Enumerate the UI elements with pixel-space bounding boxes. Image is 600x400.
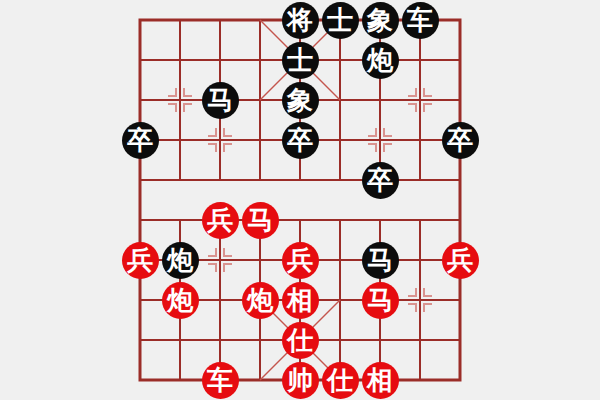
board-point-r6c2[interactable] [200,240,240,280]
red-advisor[interactable]: 仕 [282,322,319,359]
board-point-r4c0[interactable] [120,160,160,200]
board-point-r9c1[interactable] [160,360,200,400]
black-cannon[interactable]: 炮 [362,42,399,79]
board-point-r1c6[interactable]: 炮 [360,40,400,80]
board-point-r3c7[interactable] [400,120,440,160]
black-soldier[interactable]: 卒 [282,122,319,159]
board-point-r1c0[interactable] [120,40,160,80]
board-point-r0c7[interactable]: 车 [400,0,440,40]
board-point-r2c8[interactable] [440,80,480,120]
board-point-r3c1[interactable] [160,120,200,160]
board-point-r5c8[interactable] [440,200,480,240]
board-point-r4c5[interactable] [320,160,360,200]
board-point-r7c1[interactable]: 炮 [160,280,200,320]
board-point-r9c3[interactable] [240,360,280,400]
board-point-r1c5[interactable] [320,40,360,80]
red-soldier[interactable]: 兵 [122,242,159,279]
board-point-r1c4[interactable]: 士 [280,40,320,80]
board-point-r2c6[interactable] [360,80,400,120]
board-point-r1c8[interactable] [440,40,480,80]
board-point-r9c7[interactable] [400,360,440,400]
black-elephant[interactable]: 象 [362,2,399,39]
board-point-r7c6[interactable]: 马 [360,280,400,320]
board-point-r0c4[interactable]: 将 [280,0,320,40]
board-point-r9c8[interactable] [440,360,480,400]
xiangqi-app-window: 将士象车士炮马象卒卒卒卒兵马兵炮兵马兵炮炮相马仕车帅仕相 [0,0,600,400]
black-elephant[interactable]: 象 [282,82,319,119]
black-horse[interactable]: 马 [202,82,239,119]
board-point-r6c7[interactable] [400,240,440,280]
board-point-r3c4[interactable]: 卒 [280,120,320,160]
board-point-r7c4[interactable]: 相 [280,280,320,320]
board-point-r5c5[interactable] [320,200,360,240]
board-point-r2c1[interactable] [160,80,200,120]
board-point-r2c0[interactable] [120,80,160,120]
board-point-r7c8[interactable] [440,280,480,320]
board-point-r9c2[interactable]: 车 [200,360,240,400]
board-point-r5c4[interactable] [280,200,320,240]
red-advisor[interactable]: 仕 [322,362,359,399]
board-point-r6c6[interactable]: 马 [360,240,400,280]
red-elephant[interactable]: 相 [362,362,399,399]
board-point-r3c2[interactable] [200,120,240,160]
board-point-r4c7[interactable] [400,160,440,200]
black-soldier[interactable]: 卒 [442,122,479,159]
black-advisor[interactable]: 士 [322,2,359,39]
board-point-r6c0[interactable]: 兵 [120,240,160,280]
board-point-r8c7[interactable] [400,320,440,360]
board-point-r6c3[interactable] [240,240,280,280]
board-point-r0c3[interactable] [240,0,280,40]
red-cannon[interactable]: 炮 [162,282,199,319]
board-point-r2c3[interactable] [240,80,280,120]
board-point-r8c0[interactable] [120,320,160,360]
board-point-r5c7[interactable] [400,200,440,240]
board-point-r1c3[interactable] [240,40,280,80]
board-point-r9c4[interactable]: 帅 [280,360,320,400]
black-advisor[interactable]: 士 [282,42,319,79]
red-horse[interactable]: 马 [242,202,279,239]
board-point-r9c0[interactable] [120,360,160,400]
board-point-r3c8[interactable]: 卒 [440,120,480,160]
board-point-r4c3[interactable] [240,160,280,200]
board-point-r7c7[interactable] [400,280,440,320]
red-soldier[interactable]: 兵 [202,202,239,239]
board-point-r2c4[interactable]: 象 [280,80,320,120]
board-point-r4c6[interactable]: 卒 [360,160,400,200]
board-point-r0c2[interactable] [200,0,240,40]
board-point-r1c2[interactable] [200,40,240,80]
board-point-r0c1[interactable] [160,0,200,40]
board-point-r6c5[interactable] [320,240,360,280]
board-point-r8c8[interactable] [440,320,480,360]
board-point-r8c3[interactable] [240,320,280,360]
red-horse[interactable]: 马 [362,282,399,319]
black-cannon[interactable]: 炮 [162,242,199,279]
board-point-r3c0[interactable]: 卒 [120,120,160,160]
xiangqi-board[interactable]: 将士象车士炮马象卒卒卒卒兵马兵炮兵马兵炮炮相马仕车帅仕相 [120,0,480,400]
board-point-r7c3[interactable]: 炮 [240,280,280,320]
board-point-r8c4[interactable]: 仕 [280,320,320,360]
board-point-r1c7[interactable] [400,40,440,80]
board-point-r3c3[interactable] [240,120,280,160]
board-point-r2c2[interactable]: 马 [200,80,240,120]
board-point-r5c1[interactable] [160,200,200,240]
board-point-r0c5[interactable]: 士 [320,0,360,40]
board-point-r1c1[interactable] [160,40,200,80]
board-point-r4c4[interactable] [280,160,320,200]
red-general[interactable]: 帅 [282,362,319,399]
black-chariot[interactable]: 车 [402,2,439,39]
board-point-r7c0[interactable] [120,280,160,320]
board-point-r6c1[interactable]: 炮 [160,240,200,280]
board-point-r6c4[interactable]: 兵 [280,240,320,280]
board-point-r5c0[interactable] [120,200,160,240]
board-point-r0c0[interactable] [120,0,160,40]
board-point-r2c7[interactable] [400,80,440,120]
board-point-r8c5[interactable] [320,320,360,360]
red-soldier[interactable]: 兵 [442,242,479,279]
board-point-r0c6[interactable]: 象 [360,0,400,40]
board-point-r9c5[interactable]: 仕 [320,360,360,400]
red-soldier[interactable]: 兵 [282,242,319,279]
board-point-r4c1[interactable] [160,160,200,200]
red-elephant[interactable]: 相 [282,282,319,319]
black-soldier[interactable]: 卒 [122,122,159,159]
red-cannon[interactable]: 炮 [242,282,279,319]
board-point-r8c1[interactable] [160,320,200,360]
board-point-r6c8[interactable]: 兵 [440,240,480,280]
red-chariot[interactable]: 车 [202,362,239,399]
board-point-r0c8[interactable] [440,0,480,40]
board-point-r5c6[interactable] [360,200,400,240]
board-point-r7c5[interactable] [320,280,360,320]
board-point-r8c2[interactable] [200,320,240,360]
board-point-r4c8[interactable] [440,160,480,200]
board-point-r8c6[interactable] [360,320,400,360]
board-point-r2c5[interactable] [320,80,360,120]
board-point-r5c3[interactable]: 马 [240,200,280,240]
board-point-r7c2[interactable] [200,280,240,320]
board-point-r3c6[interactable] [360,120,400,160]
board-point-r4c2[interactable] [200,160,240,200]
board-point-r9c6[interactable]: 相 [360,360,400,400]
black-general[interactable]: 将 [282,2,319,39]
black-soldier[interactable]: 卒 [362,162,399,199]
board-point-r3c5[interactable] [320,120,360,160]
board-point-r5c2[interactable]: 兵 [200,200,240,240]
black-horse[interactable]: 马 [362,242,399,279]
